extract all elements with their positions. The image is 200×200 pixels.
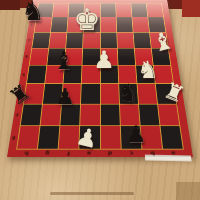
file-label: g [45, 151, 50, 157]
file-label: a [171, 151, 176, 157]
file-labels: hgfedcba [15, 150, 185, 157]
square-c3 [117, 32, 134, 47]
rank-label: 2 [30, 23, 33, 26]
square-a5 [154, 66, 174, 84]
square-e7 [81, 104, 100, 125]
square-a7 [158, 104, 179, 125]
chess-board: hgfedcba 12345678 [7, 0, 193, 157]
file-label: c [129, 151, 133, 157]
board-grid [17, 3, 183, 148]
square-a4 [152, 48, 171, 65]
square-g2 [51, 17, 68, 31]
square-f6 [62, 84, 81, 103]
square-e3 [83, 32, 99, 47]
square-c7 [120, 104, 140, 125]
square-c1 [116, 3, 132, 16]
rank-label: 7 [16, 113, 20, 117]
square-e2 [84, 17, 100, 31]
square-f3 [66, 32, 83, 47]
square-d8 [100, 126, 120, 149]
square-f5 [64, 66, 82, 84]
square-c5 [118, 66, 136, 84]
square-g1 [53, 3, 69, 16]
square-h1 [37, 3, 54, 16]
square-e4 [83, 48, 100, 65]
square-h4 [30, 48, 49, 65]
square-d5 [100, 66, 118, 84]
file-label: h [24, 151, 29, 157]
rank-label: 6 [19, 92, 23, 96]
square-e8 [80, 126, 100, 149]
square-f8 [59, 126, 80, 149]
square-d4 [100, 48, 117, 65]
square-h3 [32, 32, 50, 47]
square-d3 [100, 32, 116, 47]
file-label: d [108, 151, 112, 157]
square-b8 [140, 126, 162, 149]
square-h7 [21, 104, 42, 125]
table-corner-shade [176, 182, 200, 200]
square-d1 [100, 3, 115, 16]
rank-label: 8 [12, 135, 16, 139]
square-a3 [150, 32, 168, 47]
square-a8 [160, 126, 182, 149]
square-b7 [139, 104, 160, 125]
board-playing-area [16, 3, 184, 150]
square-h2 [35, 17, 52, 31]
board-perspective-wrap: hgfedcba 12345678 [0, 0, 200, 200]
square-c4 [117, 48, 134, 65]
square-g5 [45, 66, 64, 84]
square-a2 [148, 17, 165, 31]
square-c8 [120, 126, 141, 149]
square-h8 [17, 126, 39, 149]
rank-label: 1 [33, 9, 36, 12]
square-f2 [68, 17, 84, 31]
square-h5 [27, 66, 47, 84]
square-g6 [43, 84, 63, 103]
square-h6 [24, 84, 44, 103]
table-photo: hgfedcba 12345678 ♞♚♝♝♟♞♜♜♟♞♟♟ [0, 0, 200, 200]
square-d2 [100, 17, 116, 31]
square-g7 [41, 104, 62, 125]
file-label: f [67, 151, 70, 157]
square-e5 [82, 66, 100, 84]
square-c6 [119, 84, 138, 103]
square-b6 [137, 84, 157, 103]
rank-label: 3 [28, 38, 31, 41]
square-b4 [135, 48, 153, 65]
rank-label: 5 [22, 73, 26, 76]
square-g4 [47, 48, 65, 65]
table-shadow [50, 192, 134, 195]
square-d7 [100, 104, 119, 125]
file-label: b [150, 151, 155, 157]
square-e6 [81, 84, 99, 103]
square-e1 [84, 3, 99, 16]
square-f7 [61, 104, 81, 125]
square-g3 [49, 32, 66, 47]
square-b1 [131, 3, 147, 16]
square-f4 [65, 48, 82, 65]
square-d6 [100, 84, 118, 103]
square-b2 [132, 17, 149, 31]
square-c2 [116, 17, 132, 31]
square-g8 [38, 126, 60, 149]
rank-label: 4 [25, 55, 28, 58]
square-a6 [156, 84, 176, 103]
file-label: e [87, 151, 91, 157]
square-a1 [147, 3, 164, 16]
square-f1 [69, 3, 85, 16]
square-b3 [133, 32, 150, 47]
square-b5 [136, 66, 155, 84]
